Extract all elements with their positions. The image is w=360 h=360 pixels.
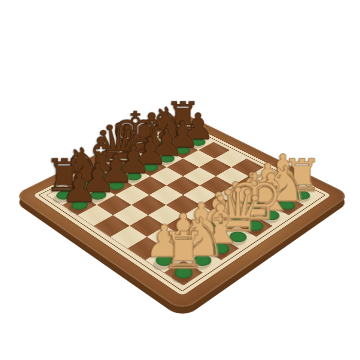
chess-set-scene: ♜♞♝♛♚♝♞♜♟♟♟♟♟♟♟♟♟♟♟♟♟♟♟♟♜♞♝♛♚♝♞♜ bbox=[0, 0, 360, 360]
square-a1: ♜ bbox=[164, 260, 203, 285]
board-wood-frame: ♜♞♝♛♚♝♞♜♟♟♟♟♟♟♟♟♟♟♟♟♟♟♟♟♜♞♝♛♚♝♞♜ bbox=[13, 112, 350, 311]
piece-white-rook: ♜ bbox=[161, 225, 207, 276]
product-photo: ♜♞♝♛♚♝♞♜♟♟♟♟♟♟♟♟♟♟♟♟♟♟♟♟♜♞♝♛♚♝♞♜ bbox=[0, 0, 360, 360]
square-c5 bbox=[131, 195, 166, 215]
square-a6 bbox=[78, 205, 113, 226]
board-grid: ♜♞♝♛♚♝♞♜♟♟♟♟♟♟♟♟♟♟♟♟♟♟♟♟♜♞♝♛♚♝♞♜ bbox=[46, 126, 318, 285]
board-maple-border: ♜♞♝♛♚♝♞♜♟♟♟♟♟♟♟♟♟♟♟♟♟♟♟♟♜♞♝♛♚♝♞♜ bbox=[38, 123, 325, 292]
chess-board: ♜♞♝♛♚♝♞♜♟♟♟♟♟♟♟♟♟♟♟♟♟♟♟♟♜♞♝♛♚♝♞♜ bbox=[13, 112, 350, 311]
square-d6 bbox=[133, 176, 166, 195]
piece-black-pawn: ♟ bbox=[61, 167, 97, 208]
